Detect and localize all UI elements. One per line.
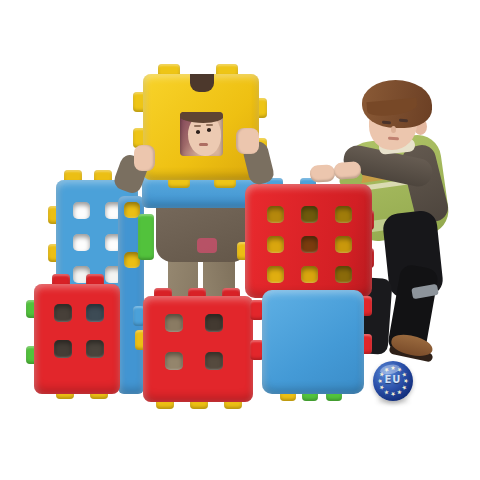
- toddler-mouth: [199, 143, 208, 146]
- eu-badge: ★ ★ ★ ★ ★ ★ ★ ★ ★ ★ ★ ★ EU: [373, 361, 413, 401]
- red-waffle-block-center: [143, 296, 253, 402]
- block-hole: [335, 206, 352, 223]
- block-hole: [86, 340, 104, 358]
- boy-nose: [391, 126, 396, 133]
- block-hole: [301, 266, 318, 283]
- toddler-eyebrow: [194, 125, 201, 127]
- toddler-right-hand: [236, 128, 259, 154]
- block-hole: [86, 304, 104, 322]
- block-hole: [267, 236, 284, 253]
- block-hole: [335, 266, 352, 283]
- block-hole: [335, 236, 352, 253]
- block-hole: [301, 236, 318, 253]
- eu-badge-label: EU: [373, 374, 413, 385]
- block-hole: [73, 234, 90, 251]
- red-waffle-block-bottom-left: [34, 284, 120, 394]
- toddler-eyebrow: [206, 124, 213, 126]
- block-hole: [54, 340, 72, 358]
- blue-flat-block-front: [262, 290, 364, 394]
- boy-left-hand: [309, 164, 335, 183]
- block-tab: [138, 214, 154, 260]
- block-hole: [267, 266, 284, 283]
- block-hole: [165, 352, 183, 370]
- block-hole: [301, 206, 318, 223]
- block-hole: [54, 304, 72, 322]
- block-hole: [165, 314, 183, 332]
- toddler-pants-print: [197, 238, 217, 253]
- product-photo: ★ ★ ★ ★ ★ ★ ★ ★ ★ ★ ★ ★ EU: [0, 0, 480, 480]
- toddler-left-hand: [134, 145, 155, 171]
- block-hole: [73, 202, 90, 219]
- block-window: [180, 112, 223, 156]
- toddler-eye-left: [196, 130, 200, 134]
- red-waffle-block-right: [245, 184, 372, 298]
- block-hole: [267, 206, 284, 223]
- block-hole: [205, 314, 223, 332]
- toddler-hair-tuft: [190, 74, 214, 92]
- toddler-eye-right: [207, 128, 211, 132]
- boy-right-hand: [333, 161, 361, 180]
- block-hole: [205, 352, 223, 370]
